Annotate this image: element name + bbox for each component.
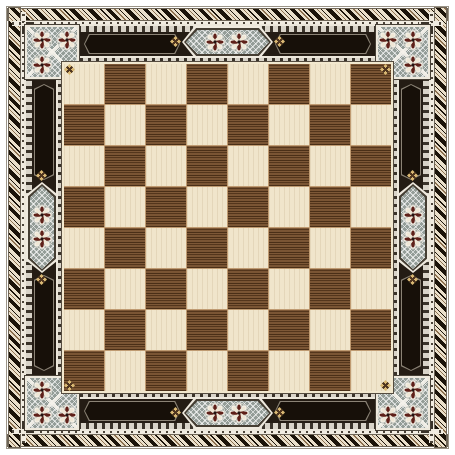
square-e8[interactable] [228, 64, 268, 104]
square-f1[interactable] [269, 351, 309, 391]
square-e2[interactable] [228, 310, 268, 350]
square-e7[interactable] [228, 105, 268, 145]
square-c2[interactable] [146, 310, 186, 350]
square-f2[interactable] [269, 310, 309, 350]
rosette-icon [402, 204, 424, 226]
rosette-icon [31, 379, 53, 401]
rosette-icon [204, 31, 226, 53]
rosette-icon [402, 54, 424, 76]
square-e6[interactable] [228, 146, 268, 186]
square-d8[interactable] [187, 64, 227, 104]
square-g3[interactable] [310, 269, 350, 309]
square-g4[interactable] [310, 228, 350, 268]
square-h7[interactable] [351, 105, 391, 145]
square-b7[interactable] [105, 105, 145, 145]
rosette-icon [402, 404, 424, 426]
square-g6[interactable] [310, 146, 350, 186]
ebony-plaque [401, 275, 421, 371]
square-f6[interactable] [269, 146, 309, 186]
square-h6[interactable] [351, 146, 391, 186]
square-b3[interactable] [105, 269, 145, 309]
edge-medallion-left [26, 182, 58, 273]
ebony-plaque [401, 84, 421, 180]
rosette-icon [56, 29, 78, 51]
ebony-plaque [275, 34, 371, 54]
square-f7[interactable] [269, 105, 309, 145]
corner-medallion-bottom-right [376, 376, 430, 430]
square-h2[interactable] [351, 310, 391, 350]
square-f4[interactable] [269, 228, 309, 268]
rosette-icon [377, 404, 399, 426]
square-a6[interactable] [64, 146, 104, 186]
chess-board [0, 0, 455, 455]
rosette-icon [228, 402, 250, 424]
square-g5[interactable] [310, 187, 350, 227]
square-c7[interactable] [146, 105, 186, 145]
square-b1[interactable] [105, 351, 145, 391]
square-d3[interactable] [187, 269, 227, 309]
ebony-plaque [84, 34, 180, 54]
edge-medallion-right [397, 182, 429, 273]
square-h5[interactable] [351, 187, 391, 227]
square-c3[interactable] [146, 269, 186, 309]
square-c4[interactable] [146, 228, 186, 268]
rosette-icon [31, 404, 53, 426]
square-b6[interactable] [105, 146, 145, 186]
square-e5[interactable] [228, 187, 268, 227]
square-a2[interactable] [64, 310, 104, 350]
rosette-icon [31, 204, 53, 226]
rosette-icon [31, 29, 53, 51]
ebony-plaque [275, 401, 371, 421]
square-c5[interactable] [146, 187, 186, 227]
rope-border-right [434, 7, 447, 448]
rosette-icon [204, 402, 226, 424]
rosette-icon [56, 404, 78, 426]
ebony-plaque [84, 401, 180, 421]
corner-medallion-top-left [25, 25, 79, 79]
square-c1[interactable] [146, 351, 186, 391]
square-b8[interactable] [105, 64, 145, 104]
rosette-icon [377, 29, 399, 51]
square-f8[interactable] [269, 64, 309, 104]
square-d6[interactable] [187, 146, 227, 186]
square-b2[interactable] [105, 310, 145, 350]
square-d1[interactable] [187, 351, 227, 391]
square-h3[interactable] [351, 269, 391, 309]
edge-medallion-bottom [182, 397, 273, 429]
square-g8[interactable] [310, 64, 350, 104]
ebony-plaque [34, 84, 54, 180]
square-a5[interactable] [64, 187, 104, 227]
square-e4[interactable] [228, 228, 268, 268]
rope-border-top [7, 8, 448, 21]
rosette-icon [31, 228, 53, 250]
playing-field [62, 62, 393, 393]
square-b5[interactable] [105, 187, 145, 227]
rope-border-left [8, 7, 21, 448]
square-g2[interactable] [310, 310, 350, 350]
square-g7[interactable] [310, 105, 350, 145]
rosette-icon [402, 29, 424, 51]
square-d5[interactable] [187, 187, 227, 227]
square-f3[interactable] [269, 269, 309, 309]
square-d2[interactable] [187, 310, 227, 350]
square-c6[interactable] [146, 146, 186, 186]
ebony-plaque [34, 275, 54, 371]
square-c8[interactable] [146, 64, 186, 104]
square-a4[interactable] [64, 228, 104, 268]
corner-medallion-top-right [376, 25, 430, 79]
square-g1[interactable] [310, 351, 350, 391]
rosette-icon [402, 379, 424, 401]
square-a3[interactable] [64, 269, 104, 309]
square-d4[interactable] [187, 228, 227, 268]
edge-medallion-top [182, 26, 273, 58]
square-e3[interactable] [228, 269, 268, 309]
rosette-icon [402, 228, 424, 250]
corner-medallion-bottom-left [25, 376, 79, 430]
square-f5[interactable] [269, 187, 309, 227]
rope-border-bottom [7, 434, 448, 447]
rosette-icon [31, 54, 53, 76]
square-h4[interactable] [351, 228, 391, 268]
square-d7[interactable] [187, 105, 227, 145]
square-b4[interactable] [105, 228, 145, 268]
rosette-icon [228, 31, 250, 53]
square-e1[interactable] [228, 351, 268, 391]
square-a7[interactable] [64, 105, 104, 145]
